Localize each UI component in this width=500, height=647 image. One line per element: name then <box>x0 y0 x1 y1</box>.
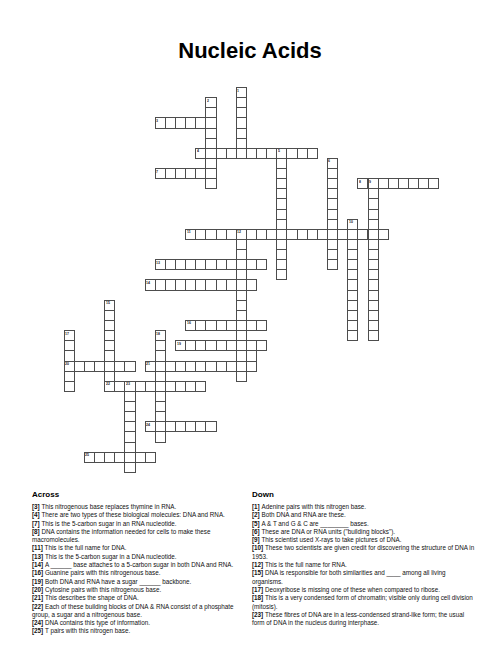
grid-cell[interactable] <box>205 107 216 118</box>
grid-cell[interactable] <box>256 320 267 331</box>
clue-item: [8] DNA contains the information needed … <box>32 528 248 545</box>
grid-cell-number: 15 <box>106 301 110 305</box>
clue-number: [14] <box>32 561 45 568</box>
grid-cell[interactable] <box>124 442 135 453</box>
grid-cell[interactable] <box>428 178 439 189</box>
clue-text: T pairs with this nitrogen base. <box>45 627 130 634</box>
clue-text: This is the full name for DNA. <box>45 544 127 551</box>
clue-text: DNA contains the information needed for … <box>32 528 211 543</box>
grid-cell[interactable] <box>256 340 267 351</box>
across-clue-list: [3] This nitrogenous base replaces thymi… <box>32 503 248 636</box>
clue-item: [19] Both DNA and RNA have a sugar _____… <box>32 578 248 586</box>
clue-text: This is the 5-carbon sugar in a DNA nucl… <box>45 553 177 560</box>
grid-cell-number: 14 <box>146 281 150 285</box>
grid-cell-number: 11 <box>187 230 191 234</box>
clue-text: Cytosine pairs with this nitrogenous bas… <box>45 586 161 593</box>
clue-item: [20] Cytosine pairs with this nitrogenou… <box>32 586 248 594</box>
down-clue-list: [1] Adenine pairs with this nitrogen bas… <box>252 503 475 627</box>
clue-item: [17] Deoxyribose is missing one of these… <box>252 586 475 594</box>
clue-number: [10] <box>252 544 265 551</box>
clue-text: Deoxyribose is missing one of these when… <box>265 586 440 593</box>
puzzle-title: Nucleic Acids <box>0 38 500 64</box>
down-clues-section: Down [1] Adenine pairs with this nitroge… <box>252 490 475 627</box>
clue-number: [23] <box>252 611 265 618</box>
grid-cell-number: 21 <box>146 362 150 366</box>
clue-item: [25] T pairs with this nitrogen base. <box>32 627 248 635</box>
grid-cell-number: 10 <box>349 220 353 224</box>
grid-cell[interactable] <box>124 361 135 372</box>
grid-cell[interactable] <box>246 361 257 372</box>
grid-cell-number: 9 <box>369 180 371 184</box>
grid-cell-number: 4 <box>197 149 199 153</box>
grid-cell[interactable] <box>124 462 135 473</box>
grid-cell[interactable] <box>378 229 389 240</box>
clue-item: [3] This nitrogenous base replaces thymi… <box>32 503 248 511</box>
clue-item: [21] This describes the shape of DNA. <box>32 594 248 602</box>
clue-item: [18] This is a very condensed form of ch… <box>252 594 475 611</box>
grid-cell[interactable] <box>347 330 358 341</box>
grid-cell[interactable] <box>276 219 287 230</box>
clue-number: [24] <box>32 619 45 626</box>
grid-cell-number: 6 <box>328 159 330 163</box>
grid-cell[interactable] <box>236 269 247 280</box>
grid-cell-number: 17 <box>65 332 69 336</box>
clue-item: [12] This is the full name for RNA. <box>252 561 475 569</box>
clue-text: Guanine pairs with this nitrogenous base… <box>45 569 161 576</box>
clue-number: [19] <box>32 578 45 585</box>
grid-cell[interactable] <box>205 138 216 149</box>
clue-item: [22] Each of these building blocks of DN… <box>32 603 248 620</box>
grid-cell-number: 5 <box>278 149 280 153</box>
clue-item: [16] Guanine pairs with this nitrogenous… <box>32 569 248 577</box>
grid-cell-number: 2 <box>207 99 209 103</box>
grid-cell[interactable] <box>64 381 75 392</box>
grid-cell-number: 8 <box>359 180 361 184</box>
clue-text: These fibres of DNA are in a less-conden… <box>252 611 464 626</box>
clue-text: DNA is responsible for both similarities… <box>252 569 446 584</box>
grid-cell-number: 7 <box>156 170 158 174</box>
clue-item: [11] This is the full name for DNA. <box>32 544 248 552</box>
clue-item: [4] There are two types of these biologi… <box>32 511 248 519</box>
grid-cell-number: 20 <box>65 362 69 366</box>
grid-cell[interactable] <box>246 279 257 290</box>
grid-cell[interactable] <box>195 381 206 392</box>
clue-number: [15] <box>252 569 265 576</box>
grid-cell[interactable] <box>205 158 216 169</box>
grid-cell[interactable] <box>246 350 257 361</box>
grid-cell[interactable] <box>327 259 338 270</box>
clue-item: [7] This is the 5-carbon sugar in an RNA… <box>32 520 248 528</box>
clue-number: [21] <box>32 594 45 601</box>
grid-cell-number: 18 <box>156 332 160 336</box>
grid-cell[interactable] <box>327 219 338 230</box>
clue-item: [6] These are DNA or RNA units ("buildin… <box>252 528 475 536</box>
grid-cell[interactable] <box>104 371 115 382</box>
clue-item: [10] These two scientists are given cred… <box>252 544 475 561</box>
clue-item: [15] DNA is responsible for both similar… <box>252 569 475 586</box>
clue-item: [2] Both DNA and RNA are these. <box>252 511 475 519</box>
clue-text: This scientist used X-rays to take pictu… <box>261 536 401 543</box>
grid-cell-number: 25 <box>85 453 89 457</box>
grid-cell-number: 3 <box>156 119 158 123</box>
clue-item: [24] DNA contains this type of informati… <box>32 619 248 627</box>
grid-cell[interactable] <box>155 371 166 382</box>
grid-cell[interactable] <box>368 330 379 341</box>
grid-cell[interactable] <box>104 350 115 361</box>
grid-cell[interactable] <box>205 421 216 432</box>
clue-text: This is a very condensed form of chromat… <box>252 594 473 609</box>
grid-cell[interactable] <box>368 219 379 230</box>
grid-cell-number: 19 <box>177 342 181 346</box>
grid-cell[interactable] <box>236 138 247 149</box>
grid-cell[interactable] <box>236 371 247 382</box>
grid-cell[interactable] <box>256 259 267 270</box>
grid-cell[interactable] <box>205 178 216 189</box>
clue-item: [9] This scientist used X-rays to take p… <box>252 536 475 544</box>
clue-number: [20] <box>32 586 45 593</box>
across-clues-section: Across [3] This nitrogenous base replace… <box>32 490 248 636</box>
clue-text: This nitrogenous base replaces thymine i… <box>41 503 176 510</box>
grid-cell[interactable] <box>276 269 287 280</box>
grid-cell-number: 23 <box>126 382 130 386</box>
clue-text: Adenine pairs with this nitrogen base. <box>261 503 366 510</box>
grid-cell-number: 13 <box>156 261 160 265</box>
clue-text: These two scientists are given credit fo… <box>252 544 474 559</box>
clue-number: [13] <box>32 553 45 560</box>
grid-cell[interactable]: 10 <box>347 219 358 230</box>
grid-cell-number: 1 <box>237 89 239 93</box>
grid-cell-number: 12 <box>237 230 241 234</box>
clue-number: [12] <box>252 561 265 568</box>
across-header: Across <box>32 490 248 499</box>
grid-cell[interactable] <box>236 330 247 341</box>
clue-text: A & T and G & C are ________ bases. <box>261 520 368 527</box>
clue-number: [22] <box>32 603 45 610</box>
clue-text: This is the full name for RNA. <box>265 561 347 568</box>
down-header: Down <box>252 490 475 499</box>
crossword-page: Nucleic Acids 34578911121314161920212223… <box>0 0 500 647</box>
grid-cell[interactable] <box>155 431 166 442</box>
clue-item: [14] A ______ base attaches to a 5-carbo… <box>32 561 248 569</box>
grid-cell-number: 24 <box>146 423 150 427</box>
grid-cell[interactable] <box>145 452 156 463</box>
clue-item: [23] These fibres of DNA are in a less-c… <box>252 611 475 628</box>
grid-cell[interactable] <box>236 310 247 321</box>
clue-number: [18] <box>252 594 265 601</box>
clue-number: [17] <box>252 586 265 593</box>
grid-cell[interactable] <box>155 411 166 422</box>
grid-cell-number: 22 <box>106 382 110 386</box>
clue-item: [1] Adenine pairs with this nitrogen bas… <box>252 503 475 511</box>
clue-item: [5] A & T and G & C are ________ bases. <box>252 520 475 528</box>
grid-cell[interactable] <box>155 350 166 361</box>
clue-text: These are DNA or RNA units ("building bl… <box>261 528 395 535</box>
grid-cell-number: 16 <box>187 321 191 325</box>
clue-text: A ______ base attaches to a 5-carbon sug… <box>45 561 233 568</box>
clue-text: Each of these building blocks of DNA & R… <box>32 603 234 618</box>
grid-cell[interactable] <box>307 148 318 159</box>
clue-number: [25] <box>32 627 45 634</box>
clue-text: DNA contains this type of information. <box>45 619 150 626</box>
clue-text: Both DNA and RNA are these. <box>261 511 345 518</box>
grid-cell[interactable] <box>236 249 247 260</box>
clue-text: Both DNA and RNA have a sugar ______ bac… <box>45 578 191 585</box>
clue-number: [16] <box>32 569 45 576</box>
clue-text: There are two types of these biological … <box>41 511 224 518</box>
clue-text: This is the 5-carbon sugar in an RNA nuc… <box>41 520 176 527</box>
grid-cell[interactable] <box>64 350 75 361</box>
clue-item: [13] This is the 5-carbon sugar in a DNA… <box>32 553 248 561</box>
clue-number: [11] <box>32 544 45 551</box>
clue-text: This describes the shape of DNA. <box>45 594 139 601</box>
